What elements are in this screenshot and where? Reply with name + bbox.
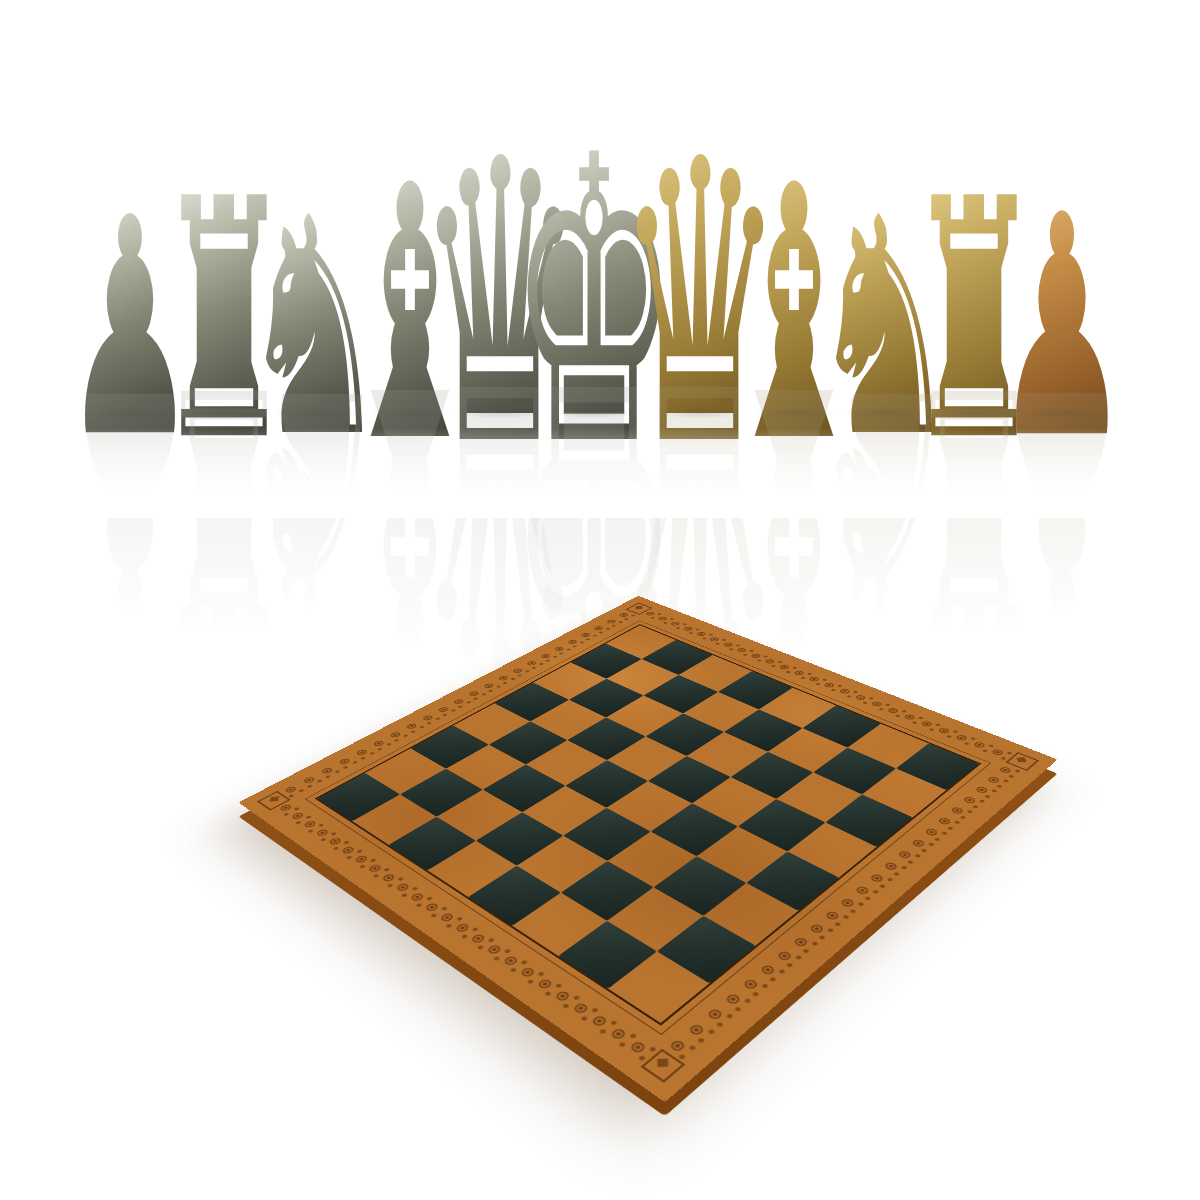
chess-pieces-row: ♟ ♟ ♜ ♜ ♞ ♞ ♝ ♝ ♛ ♛ ♚ ♚ ♛: [0, 0, 1200, 413]
piece-shadow: [1020, 407, 1104, 419]
product-photo: ♟ ♟ ♜ ♜ ♞ ♞ ♝ ♝ ♛ ♛ ♚ ♚ ♛: [0, 0, 1200, 1200]
reflection-fade: [0, 428, 1200, 518]
